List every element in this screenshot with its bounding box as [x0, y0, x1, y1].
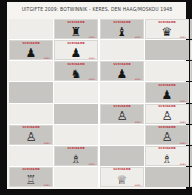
stamp-e8-black-queen: SURINAME♛SR$1,-	[145, 19, 189, 39]
square-a8	[9, 19, 53, 39]
stamp-country-label: SURINAME	[67, 63, 85, 66]
stamp-denomination: SR$1,-	[89, 162, 96, 164]
square-d7	[100, 40, 144, 60]
sheet-title: UITGIFTE 2009: BOTWINNIK - KERES, DEN HA…	[21, 7, 172, 12]
stamp-country-label: SURINAME	[158, 105, 176, 108]
square-a4	[9, 104, 53, 124]
stamp-f1-white-rook: SURINAME♖SR$1,-	[190, 167, 192, 187]
stamp-d8-black-bishop: SURINAME♝SR$1,-	[100, 19, 144, 39]
stamp-d6-black-pawn: SURINAME♟SR$1,-	[100, 61, 144, 81]
stamp-b7-black-pawn: SURINAME♟SR$1,-	[54, 40, 98, 60]
stamp-e5-black-pawn: SURINAME♟SR$1,-	[145, 82, 189, 102]
black-knight-icon: ♞	[191, 68, 192, 81]
square-b5	[54, 82, 98, 102]
stamp-country-label: SURINAME	[158, 126, 176, 129]
square-f4	[190, 104, 192, 124]
stamp-country-label: SURINAME	[67, 147, 85, 150]
square-f2	[190, 146, 192, 166]
stamp-denomination: SR$1,-	[180, 36, 187, 38]
square-a2	[9, 146, 53, 166]
stamp-e3-white-pawn: SURINAME♙SR$1,-	[145, 125, 189, 145]
stamp-denomination: SR$1,-	[180, 99, 187, 101]
stamp-b8-black-rook: SURINAME♜SR$1,-	[54, 19, 98, 39]
square-f8	[190, 19, 192, 39]
stamp-country-label: SURINAME	[113, 21, 131, 24]
stamp-e2-white-bishop: SURINAME♗SR$1,-	[145, 146, 189, 166]
stamp-country-label: SURINAME	[22, 168, 40, 171]
stamp-denomination: SR$1,-	[44, 57, 51, 59]
square-b4	[54, 104, 98, 124]
square-e6	[145, 61, 189, 81]
square-d5	[100, 82, 144, 102]
stamp-country-label: SURINAME	[158, 84, 176, 87]
square-e1	[145, 167, 189, 187]
stamp-country-label: SURINAME	[158, 147, 176, 150]
stamp-country-label: SURINAME	[67, 42, 85, 45]
stamp-denomination: SR$1,-	[135, 120, 142, 122]
square-b1	[54, 167, 98, 187]
white-pawn-icon: ♙	[191, 131, 192, 144]
stamp-d1-white-queen: SURINAME♕SR$1,-	[100, 167, 144, 187]
stamp-denomination: SR$1,-	[44, 141, 51, 143]
stamp-country-label: SURINAME	[113, 105, 131, 108]
stamp-f6-black-knight: SURINAME♞SR$1,-	[190, 61, 192, 81]
black-pawn-icon: ♟	[191, 47, 192, 60]
stamp-country-label: SURINAME	[113, 168, 131, 171]
stamp-a1-white-rook: SURINAME♖SR$1,-	[9, 167, 53, 187]
stamp-a7-black-pawn: SURINAME♟SR$1,-	[9, 40, 53, 60]
stamp-f3-white-pawn: SURINAME♙SR$1,-	[190, 125, 192, 145]
stamp-denomination: SR$1,-	[135, 184, 142, 186]
square-d2	[100, 146, 144, 166]
stamp-denomination: SR$1,-	[89, 36, 96, 38]
stamp-b6-black-knight: SURINAME♞SR$1,-	[54, 61, 98, 81]
stamp-country-label: SURINAME	[67, 21, 85, 24]
stamp-sheet: UITGIFTE 2009: BOTWINNIK - KERES, DEN HA…	[7, 2, 186, 189]
stamp-sheet-photo: { "game": "chess", "title": "UITGIFTE 20…	[0, 0, 192, 195]
stamp-denomination: SR$1,-	[180, 141, 187, 143]
square-a6	[9, 61, 53, 81]
stamp-denomination: SR$1,-	[89, 57, 96, 59]
square-b3	[54, 125, 98, 145]
chessboard: SURINAME♜SR$1,-SURINAME♝SR$1,-SURINAME♛S…	[9, 19, 184, 187]
stamp-country-label: SURINAME	[22, 126, 40, 129]
stamp-country-label: SURINAME	[113, 63, 131, 66]
stamp-country-label: SURINAME	[158, 21, 176, 24]
stamp-b2-white-bishop: SURINAME♗SR$1,-	[54, 146, 98, 166]
stamp-country-label: SURINAME	[22, 42, 40, 45]
square-f5	[190, 82, 192, 102]
stamp-a3-white-pawn: SURINAME♙SR$1,-	[9, 125, 53, 145]
white-rook-icon: ♖	[191, 173, 192, 186]
stamp-d4-white-pawn: SURINAME♙SR$1,-	[100, 104, 144, 124]
square-d3	[100, 125, 144, 145]
stamp-denomination: SR$1,-	[44, 184, 51, 186]
stamp-f7-black-pawn: SURINAME♟SR$1,-	[190, 40, 192, 60]
stamp-denomination: SR$1,-	[135, 36, 142, 38]
stamp-denomination: SR$1,-	[180, 162, 187, 164]
square-a5	[9, 82, 53, 102]
stamp-e4-white-pawn: SURINAME♙SR$1,-	[145, 104, 189, 124]
square-e7	[145, 40, 189, 60]
stamp-denomination: SR$1,-	[180, 120, 187, 122]
